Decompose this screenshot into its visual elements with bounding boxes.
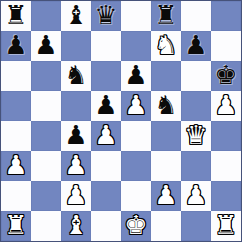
- square-a8[interactable]: ♜: [1, 1, 31, 31]
- square-a1[interactable]: ♜: [1, 211, 31, 241]
- square-f8[interactable]: ♜: [151, 1, 181, 31]
- piece-black-knight: ♞: [154, 92, 177, 118]
- piece-black-pawn: ♟: [64, 122, 87, 148]
- piece-white-pawn: ♟: [124, 92, 147, 118]
- square-h8[interactable]: [211, 1, 241, 31]
- square-h1[interactable]: ♜: [211, 211, 241, 241]
- piece-white-rook: ♜: [214, 212, 237, 238]
- piece-black-pawn: ♟: [124, 62, 147, 88]
- square-d1[interactable]: [91, 211, 121, 241]
- square-e3[interactable]: [121, 151, 151, 181]
- square-b2[interactable]: [31, 181, 61, 211]
- square-g3[interactable]: [181, 151, 211, 181]
- piece-black-queen: ♛: [94, 2, 117, 28]
- square-a4[interactable]: [1, 121, 31, 151]
- square-h3[interactable]: [211, 151, 241, 181]
- piece-white-bishop: ♝: [64, 212, 87, 238]
- piece-black-rook: ♜: [4, 2, 27, 28]
- square-h5[interactable]: ♟: [211, 91, 241, 121]
- square-c6[interactable]: ♞: [61, 61, 91, 91]
- square-f6[interactable]: [151, 61, 181, 91]
- piece-white-pawn: ♟: [184, 182, 207, 208]
- piece-white-pawn: ♟: [64, 182, 87, 208]
- piece-black-king: ♚: [214, 62, 237, 88]
- square-f2[interactable]: ♟: [151, 181, 181, 211]
- square-g1[interactable]: [181, 211, 211, 241]
- square-h6[interactable]: ♚: [211, 61, 241, 91]
- square-g8[interactable]: [181, 1, 211, 31]
- square-b1[interactable]: [31, 211, 61, 241]
- square-a3[interactable]: ♟: [1, 151, 31, 181]
- square-c4[interactable]: ♟: [61, 121, 91, 151]
- square-b7[interactable]: ♟: [31, 31, 61, 61]
- square-h2[interactable]: [211, 181, 241, 211]
- square-g4[interactable]: ♛: [181, 121, 211, 151]
- square-b5[interactable]: [31, 91, 61, 121]
- piece-black-pawn: ♟: [4, 32, 27, 58]
- square-b6[interactable]: [31, 61, 61, 91]
- square-g7[interactable]: ♟: [181, 31, 211, 61]
- piece-white-queen: ♛: [184, 122, 207, 148]
- piece-black-knight: ♞: [64, 62, 87, 88]
- piece-white-pawn: ♟: [154, 182, 177, 208]
- square-e6[interactable]: ♟: [121, 61, 151, 91]
- square-d4[interactable]: ♟: [91, 121, 121, 151]
- piece-white-knight: ♞: [154, 32, 177, 58]
- square-e5[interactable]: ♟: [121, 91, 151, 121]
- square-c1[interactable]: ♝: [61, 211, 91, 241]
- piece-white-pawn: ♟: [214, 92, 237, 118]
- square-c2[interactable]: ♟: [61, 181, 91, 211]
- chess-board: ♜♝♛♜♟♟♞♟♞♟♚♟♟♞♟♟♟♛♟♟♟♟♟♜♝♚♜: [1, 1, 241, 241]
- square-e2[interactable]: [121, 181, 151, 211]
- square-c3[interactable]: ♟: [61, 151, 91, 181]
- piece-white-pawn: ♟: [4, 152, 27, 178]
- piece-white-rook: ♜: [4, 212, 27, 238]
- chess-board-container: ♜♝♛♜♟♟♞♟♞♟♚♟♟♞♟♟♟♛♟♟♟♟♟♜♝♚♜: [0, 0, 242, 242]
- square-f1[interactable]: [151, 211, 181, 241]
- square-e7[interactable]: [121, 31, 151, 61]
- square-g5[interactable]: [181, 91, 211, 121]
- square-c7[interactable]: [61, 31, 91, 61]
- piece-white-pawn: ♟: [64, 152, 87, 178]
- piece-black-rook: ♜: [154, 2, 177, 28]
- square-c5[interactable]: [61, 91, 91, 121]
- piece-white-pawn: ♟: [94, 122, 117, 148]
- square-a2[interactable]: [1, 181, 31, 211]
- square-b8[interactable]: [31, 1, 61, 31]
- square-g2[interactable]: ♟: [181, 181, 211, 211]
- square-d2[interactable]: [91, 181, 121, 211]
- square-d6[interactable]: [91, 61, 121, 91]
- square-d5[interactable]: ♟: [91, 91, 121, 121]
- square-b3[interactable]: [31, 151, 61, 181]
- square-d8[interactable]: ♛: [91, 1, 121, 31]
- square-b4[interactable]: [31, 121, 61, 151]
- piece-black-pawn: ♟: [34, 32, 57, 58]
- square-f4[interactable]: [151, 121, 181, 151]
- square-f3[interactable]: [151, 151, 181, 181]
- square-f5[interactable]: ♞: [151, 91, 181, 121]
- square-c8[interactable]: ♝: [61, 1, 91, 31]
- square-e8[interactable]: [121, 1, 151, 31]
- square-g6[interactable]: [181, 61, 211, 91]
- piece-black-pawn: ♟: [94, 92, 117, 118]
- square-a7[interactable]: ♟: [1, 31, 31, 61]
- piece-black-pawn: ♟: [184, 32, 207, 58]
- square-h7[interactable]: [211, 31, 241, 61]
- square-f7[interactable]: ♞: [151, 31, 181, 61]
- square-e1[interactable]: ♚: [121, 211, 151, 241]
- piece-black-bishop: ♝: [64, 2, 87, 28]
- square-d7[interactable]: [91, 31, 121, 61]
- square-e4[interactable]: [121, 121, 151, 151]
- square-d3[interactable]: [91, 151, 121, 181]
- piece-white-king: ♚: [124, 212, 147, 238]
- square-a5[interactable]: [1, 91, 31, 121]
- square-a6[interactable]: [1, 61, 31, 91]
- square-h4[interactable]: [211, 121, 241, 151]
